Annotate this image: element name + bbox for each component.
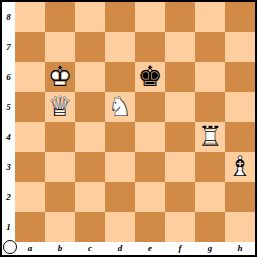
white-king[interactable]: ♚♔	[45, 62, 75, 92]
rank-label-3: 3	[2, 152, 15, 182]
bottom-coordinate-bar: abcdefgh	[2, 242, 255, 255]
square-g1[interactable]	[195, 212, 225, 242]
square-b1[interactable]	[45, 212, 75, 242]
square-d2[interactable]	[105, 182, 135, 212]
square-b3[interactable]	[45, 152, 75, 182]
square-c6[interactable]	[75, 62, 105, 92]
square-g2[interactable]	[195, 182, 225, 212]
square-e7[interactable]	[135, 32, 165, 62]
square-f5[interactable]	[165, 92, 195, 122]
square-e2[interactable]	[135, 182, 165, 212]
white-rook[interactable]: ♜♖	[195, 122, 225, 152]
square-c4[interactable]	[75, 122, 105, 152]
square-h7[interactable]	[225, 32, 255, 62]
file-label-b: b	[45, 242, 75, 255]
square-e3[interactable]	[135, 152, 165, 182]
square-a5[interactable]	[15, 92, 45, 122]
rank-label-6: 6	[2, 62, 15, 92]
black-king[interactable]: ♚	[135, 62, 165, 92]
square-d8[interactable]	[105, 2, 135, 32]
square-c3[interactable]	[75, 152, 105, 182]
white-bishop[interactable]: ♝♗	[225, 152, 255, 182]
square-g8[interactable]	[195, 2, 225, 32]
square-c8[interactable]	[75, 2, 105, 32]
square-b2[interactable]	[45, 182, 75, 212]
white-knight-glyph-outline: ♘	[105, 92, 135, 122]
square-h5[interactable]	[225, 92, 255, 122]
square-a8[interactable]	[15, 2, 45, 32]
chess-board[interactable]: ♚♔♚♛♕♞♘♜♖♝♗	[15, 2, 255, 242]
white-knight[interactable]: ♞♘	[105, 92, 135, 122]
white-queen[interactable]: ♛♕	[45, 92, 75, 122]
rank-label-7: 7	[2, 32, 15, 62]
square-d3[interactable]	[105, 152, 135, 182]
square-a2[interactable]	[15, 182, 45, 212]
white-rook-glyph-outline: ♖	[195, 122, 225, 152]
square-b6[interactable]: ♚♔	[45, 62, 75, 92]
square-c5[interactable]	[75, 92, 105, 122]
rank-label-5: 5	[2, 92, 15, 122]
square-b8[interactable]	[45, 2, 75, 32]
square-d5[interactable]: ♞♘	[105, 92, 135, 122]
square-d1[interactable]	[105, 212, 135, 242]
file-label-g: g	[195, 242, 225, 255]
square-a3[interactable]	[15, 152, 45, 182]
square-f3[interactable]	[165, 152, 195, 182]
square-b5[interactable]: ♛♕	[45, 92, 75, 122]
file-label-d: d	[105, 242, 135, 255]
white-queen-glyph-outline: ♕	[45, 92, 75, 122]
square-e4[interactable]	[135, 122, 165, 152]
square-c1[interactable]	[75, 212, 105, 242]
square-d6[interactable]	[105, 62, 135, 92]
square-h4[interactable]	[225, 122, 255, 152]
file-label-f: f	[165, 242, 195, 255]
square-a6[interactable]	[15, 62, 45, 92]
file-label-c: c	[75, 242, 105, 255]
square-b7[interactable]	[45, 32, 75, 62]
white-bishop-glyph-outline: ♗	[225, 152, 255, 182]
file-label-e: e	[135, 242, 165, 255]
chess-diagram: 87654321 ♚♔♚♛♕♞♘♜♖♝♗ abcdefgh	[0, 0, 257, 257]
square-g5[interactable]	[195, 92, 225, 122]
square-b4[interactable]	[45, 122, 75, 152]
file-labels: abcdefgh	[15, 242, 255, 255]
square-h3[interactable]: ♝♗	[225, 152, 255, 182]
square-e1[interactable]	[135, 212, 165, 242]
white-king-glyph-outline: ♔	[45, 62, 75, 92]
square-g4[interactable]: ♜♖	[195, 122, 225, 152]
square-g6[interactable]	[195, 62, 225, 92]
square-h6[interactable]	[225, 62, 255, 92]
square-d7[interactable]	[105, 32, 135, 62]
black-king-glyph-fill: ♚	[135, 62, 165, 92]
square-g7[interactable]	[195, 32, 225, 62]
square-c2[interactable]	[75, 182, 105, 212]
file-label-a: a	[15, 242, 45, 255]
square-f6[interactable]	[165, 62, 195, 92]
square-a1[interactable]	[15, 212, 45, 242]
square-h1[interactable]	[225, 212, 255, 242]
square-h8[interactable]	[225, 2, 255, 32]
square-f4[interactable]	[165, 122, 195, 152]
square-d4[interactable]	[105, 122, 135, 152]
square-a7[interactable]	[15, 32, 45, 62]
square-c7[interactable]	[75, 32, 105, 62]
square-f7[interactable]	[165, 32, 195, 62]
square-a4[interactable]	[15, 122, 45, 152]
rank-label-2: 2	[2, 182, 15, 212]
square-e5[interactable]	[135, 92, 165, 122]
rank-label-1: 1	[2, 212, 15, 242]
file-label-h: h	[225, 242, 255, 255]
square-f8[interactable]	[165, 2, 195, 32]
square-e8[interactable]	[135, 2, 165, 32]
rank-labels: 87654321	[2, 2, 15, 242]
square-g3[interactable]	[195, 152, 225, 182]
rank-label-8: 8	[2, 2, 15, 32]
square-e6[interactable]: ♚	[135, 62, 165, 92]
rank-label-4: 4	[2, 122, 15, 152]
square-f2[interactable]	[165, 182, 195, 212]
square-h2[interactable]	[225, 182, 255, 212]
square-f1[interactable]	[165, 212, 195, 242]
